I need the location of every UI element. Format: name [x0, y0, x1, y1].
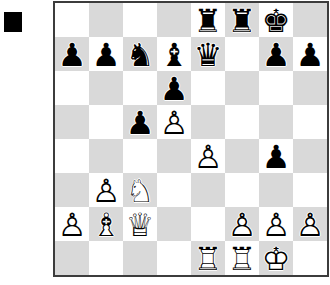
black-pawn: ♟ — [157, 71, 191, 105]
square-g8[interactable]: ♚ — [259, 3, 293, 37]
square-b8[interactable] — [89, 3, 123, 37]
square-h7[interactable]: ♟ — [293, 37, 327, 71]
square-h8[interactable] — [293, 3, 327, 37]
square-g5[interactable] — [259, 105, 293, 139]
square-f3[interactable] — [225, 173, 259, 207]
square-e7[interactable]: ♛ — [191, 37, 225, 71]
square-f6[interactable] — [225, 71, 259, 105]
square-b5[interactable] — [89, 105, 123, 139]
black-knight: ♞ — [123, 37, 157, 71]
square-g7[interactable]: ♟ — [259, 37, 293, 71]
square-e3[interactable] — [191, 173, 225, 207]
white-pawn: ♙ — [157, 105, 191, 139]
chess-board: ♜♜♚♟♟♞♝♛♟♟♟♟♟♙♟♙♟♟♙♞♘♟♙♝♗♛♕♟♙♟♙♟♙♜♖♜♖♚♔ — [53, 1, 329, 277]
square-g4[interactable]: ♟ — [259, 139, 293, 173]
white-pawn: ♙ — [225, 207, 259, 241]
white-queen-fill: ♛ — [123, 207, 157, 241]
square-d1[interactable] — [157, 241, 191, 275]
square-b4[interactable] — [89, 139, 123, 173]
square-a2[interactable]: ♟♙ — [55, 207, 89, 241]
square-a4[interactable] — [55, 139, 89, 173]
black-queen: ♛ — [191, 37, 225, 71]
square-d8[interactable] — [157, 3, 191, 37]
white-pawn-fill: ♟ — [293, 207, 327, 241]
white-king: ♔ — [259, 241, 293, 275]
white-pawn: ♙ — [89, 173, 123, 207]
square-h5[interactable] — [293, 105, 327, 139]
square-f7[interactable] — [225, 37, 259, 71]
square-a8[interactable] — [55, 3, 89, 37]
square-e1[interactable]: ♜♖ — [191, 241, 225, 275]
white-king-fill: ♚ — [259, 241, 293, 275]
white-bishop: ♗ — [89, 207, 123, 241]
white-rook-fill: ♜ — [225, 241, 259, 275]
square-a1[interactable] — [55, 241, 89, 275]
white-pawn-fill: ♟ — [89, 173, 123, 207]
white-knight: ♘ — [123, 173, 157, 207]
square-f8[interactable]: ♜ — [225, 3, 259, 37]
square-e2[interactable] — [191, 207, 225, 241]
square-c1[interactable] — [123, 241, 157, 275]
square-c5[interactable]: ♟ — [123, 105, 157, 139]
square-f2[interactable]: ♟♙ — [225, 207, 259, 241]
square-b3[interactable]: ♟♙ — [89, 173, 123, 207]
chess-diagram: ♜♜♚♟♟♞♝♛♟♟♟♟♟♙♟♙♟♟♙♞♘♟♙♝♗♛♕♟♙♟♙♟♙♜♖♜♖♚♔ — [0, 0, 330, 285]
square-c7[interactable]: ♞ — [123, 37, 157, 71]
square-d2[interactable] — [157, 207, 191, 241]
square-e4[interactable]: ♟♙ — [191, 139, 225, 173]
square-b2[interactable]: ♝♗ — [89, 207, 123, 241]
white-bishop-fill: ♝ — [89, 207, 123, 241]
square-b6[interactable] — [89, 71, 123, 105]
square-f4[interactable] — [225, 139, 259, 173]
white-rook: ♖ — [225, 241, 259, 275]
square-c2[interactable]: ♛♕ — [123, 207, 157, 241]
black-rook: ♜ — [191, 3, 225, 37]
square-c8[interactable] — [123, 3, 157, 37]
black-bishop: ♝ — [157, 37, 191, 71]
square-g6[interactable] — [259, 71, 293, 105]
black-pawn: ♟ — [259, 37, 293, 71]
square-b7[interactable]: ♟ — [89, 37, 123, 71]
square-e8[interactable]: ♜ — [191, 3, 225, 37]
square-h2[interactable]: ♟♙ — [293, 207, 327, 241]
white-rook: ♖ — [191, 241, 225, 275]
square-a3[interactable] — [55, 173, 89, 207]
white-pawn: ♙ — [55, 207, 89, 241]
square-c3[interactable]: ♞♘ — [123, 173, 157, 207]
black-pawn: ♟ — [89, 37, 123, 71]
white-queen: ♕ — [123, 207, 157, 241]
square-h3[interactable] — [293, 173, 327, 207]
square-b1[interactable] — [89, 241, 123, 275]
white-rook-fill: ♜ — [191, 241, 225, 275]
square-c6[interactable] — [123, 71, 157, 105]
square-d4[interactable] — [157, 139, 191, 173]
square-h6[interactable] — [293, 71, 327, 105]
square-d3[interactable] — [157, 173, 191, 207]
black-pawn: ♟ — [55, 37, 89, 71]
white-pawn-fill: ♟ — [225, 207, 259, 241]
square-a5[interactable] — [55, 105, 89, 139]
square-g3[interactable] — [259, 173, 293, 207]
square-a7[interactable]: ♟ — [55, 37, 89, 71]
square-g2[interactable]: ♟♙ — [259, 207, 293, 241]
square-a6[interactable] — [55, 71, 89, 105]
square-d7[interactable]: ♝ — [157, 37, 191, 71]
square-c4[interactable] — [123, 139, 157, 173]
square-e6[interactable] — [191, 71, 225, 105]
square-f1[interactable]: ♜♖ — [225, 241, 259, 275]
white-pawn-fill: ♟ — [157, 105, 191, 139]
black-pawn: ♟ — [293, 37, 327, 71]
square-d5[interactable]: ♟♙ — [157, 105, 191, 139]
black-pawn: ♟ — [123, 105, 157, 139]
square-h4[interactable] — [293, 139, 327, 173]
black-pawn: ♟ — [259, 139, 293, 173]
white-knight-fill: ♞ — [123, 173, 157, 207]
white-pawn: ♙ — [293, 207, 327, 241]
white-pawn-fill: ♟ — [55, 207, 89, 241]
square-f5[interactable] — [225, 105, 259, 139]
white-pawn-fill: ♟ — [191, 139, 225, 173]
square-g1[interactable]: ♚♔ — [259, 241, 293, 275]
white-pawn-fill: ♟ — [259, 207, 293, 241]
white-pawn: ♙ — [259, 207, 293, 241]
square-h1[interactable] — [293, 241, 327, 275]
white-pawn: ♙ — [191, 139, 225, 173]
black-king: ♚ — [259, 3, 293, 37]
square-d6[interactable]: ♟ — [157, 71, 191, 105]
square-e5[interactable] — [191, 105, 225, 139]
black-to-move-indicator — [4, 12, 22, 32]
black-rook: ♜ — [225, 3, 259, 37]
